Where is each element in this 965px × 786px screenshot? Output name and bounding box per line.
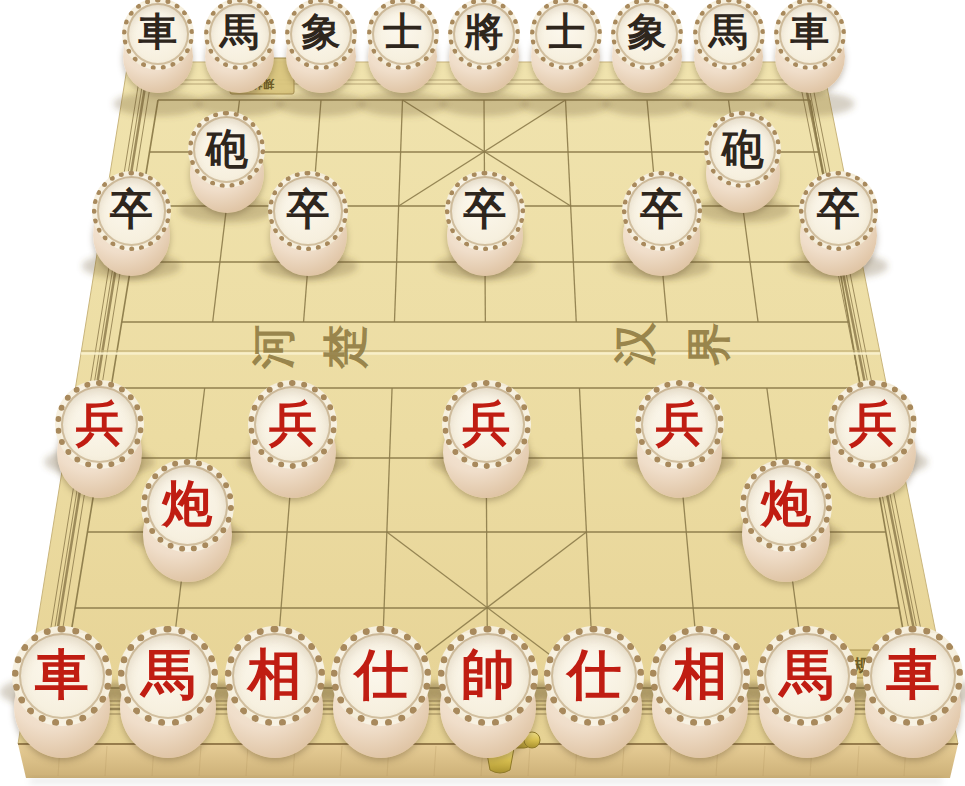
piece-black-soldier[interactable]: 卒 bbox=[445, 171, 525, 279]
piece-character: 車 bbox=[886, 639, 940, 712]
piece-character: 馬 bbox=[141, 639, 195, 712]
piece-red-soldier[interactable]: 兵 bbox=[55, 380, 144, 501]
piece-face: 相 bbox=[650, 626, 750, 726]
piece-face: 帥 bbox=[438, 626, 538, 726]
piece-face: 車 bbox=[12, 626, 112, 726]
piece-face: 象 bbox=[285, 0, 357, 70]
piece-face: 士 bbox=[530, 0, 602, 70]
piece-character: 兵 bbox=[76, 392, 124, 456]
piece-character: 士 bbox=[383, 7, 422, 59]
piece-character: 炮 bbox=[162, 471, 212, 538]
piece-character: 車 bbox=[139, 7, 178, 59]
piece-black-elephant[interactable]: 象 bbox=[611, 0, 683, 96]
piece-black-elephant[interactable]: 象 bbox=[285, 0, 357, 96]
piece-character: 卒 bbox=[110, 181, 153, 239]
piece-red-cannon[interactable]: 炮 bbox=[141, 459, 234, 585]
piece-character: 卒 bbox=[817, 181, 860, 239]
piece-character: 兵 bbox=[849, 392, 897, 456]
piece-red-cannon[interactable]: 炮 bbox=[740, 459, 833, 585]
river-label-right: 汉 bbox=[611, 321, 660, 367]
product-photo-scene: 河楚汉界规格40规格 車馬象士將士象馬車砲砲卒卒卒卒卒兵兵兵兵兵炮炮車馬相仕帥仕… bbox=[0, 0, 965, 786]
piece-character: 相 bbox=[248, 639, 302, 712]
piece-character: 仕 bbox=[354, 639, 408, 712]
piece-red-advisor[interactable]: 仕 bbox=[331, 626, 431, 762]
piece-face: 砲 bbox=[704, 111, 781, 188]
piece-red-soldier[interactable]: 兵 bbox=[635, 380, 724, 501]
piece-black-soldier[interactable]: 卒 bbox=[268, 171, 348, 279]
piece-red-chariot[interactable]: 車 bbox=[863, 626, 963, 762]
piece-character: 士 bbox=[546, 7, 585, 59]
piece-face: 卒 bbox=[268, 171, 348, 251]
piece-face: 車 bbox=[774, 0, 846, 70]
piece-character: 砲 bbox=[206, 121, 248, 177]
river-label-left: 楚 bbox=[321, 324, 370, 370]
piece-red-elephant[interactable]: 相 bbox=[650, 626, 750, 762]
piece-face: 砲 bbox=[188, 111, 265, 188]
piece-face: 卒 bbox=[445, 171, 525, 251]
piece-black-cannon[interactable]: 砲 bbox=[704, 111, 781, 216]
piece-red-elephant[interactable]: 相 bbox=[225, 626, 325, 762]
piece-red-general[interactable]: 帥 bbox=[438, 626, 538, 762]
piece-red-chariot[interactable]: 車 bbox=[12, 626, 112, 762]
piece-black-chariot[interactable]: 車 bbox=[122, 0, 194, 96]
piece-character: 卒 bbox=[463, 181, 506, 239]
piece-black-soldier[interactable]: 卒 bbox=[799, 171, 879, 279]
river-label-right: 界 bbox=[685, 322, 734, 367]
piece-face: 卒 bbox=[622, 171, 702, 251]
piece-character: 卒 bbox=[640, 181, 683, 239]
piece-red-horse[interactable]: 馬 bbox=[118, 626, 218, 762]
piece-face: 將 bbox=[448, 0, 520, 70]
piece-black-advisor[interactable]: 士 bbox=[367, 0, 439, 96]
piece-character: 兵 bbox=[655, 392, 703, 456]
piece-black-soldier[interactable]: 卒 bbox=[622, 171, 702, 279]
piece-face: 炮 bbox=[740, 459, 833, 552]
piece-face: 象 bbox=[611, 0, 683, 70]
piece-black-advisor[interactable]: 士 bbox=[530, 0, 602, 96]
piece-face: 炮 bbox=[141, 459, 234, 552]
piece-character: 炮 bbox=[761, 471, 811, 538]
piece-face: 兵 bbox=[442, 380, 531, 469]
piece-black-chariot[interactable]: 車 bbox=[774, 0, 846, 96]
piece-face: 卒 bbox=[799, 171, 879, 251]
piece-character: 象 bbox=[302, 7, 341, 59]
piece-red-horse[interactable]: 馬 bbox=[757, 626, 857, 762]
piece-face: 車 bbox=[863, 626, 963, 726]
piece-face: 仕 bbox=[544, 626, 644, 726]
piece-character: 卒 bbox=[287, 181, 330, 239]
piece-red-soldier[interactable]: 兵 bbox=[248, 380, 337, 501]
piece-black-cannon[interactable]: 砲 bbox=[188, 111, 265, 216]
piece-black-horse[interactable]: 馬 bbox=[693, 0, 765, 96]
piece-character: 相 bbox=[673, 639, 727, 712]
piece-character: 馬 bbox=[709, 7, 748, 59]
piece-character: 砲 bbox=[722, 121, 764, 177]
piece-character: 將 bbox=[465, 7, 504, 59]
piece-face: 仕 bbox=[331, 626, 431, 726]
piece-red-soldier[interactable]: 兵 bbox=[828, 380, 917, 501]
piece-face: 馬 bbox=[118, 626, 218, 726]
piece-face: 兵 bbox=[635, 380, 724, 469]
piece-face: 士 bbox=[367, 0, 439, 70]
piece-character: 象 bbox=[628, 7, 667, 59]
piece-character: 帥 bbox=[461, 639, 515, 712]
piece-character: 車 bbox=[35, 639, 89, 712]
piece-face: 車 bbox=[122, 0, 194, 70]
piece-black-general[interactable]: 將 bbox=[448, 0, 520, 96]
piece-face: 馬 bbox=[204, 0, 276, 70]
river-label-left: 河 bbox=[249, 325, 298, 370]
piece-black-horse[interactable]: 馬 bbox=[204, 0, 276, 96]
piece-red-soldier[interactable]: 兵 bbox=[442, 380, 531, 501]
piece-face: 卒 bbox=[92, 171, 172, 251]
piece-face: 馬 bbox=[693, 0, 765, 70]
piece-face: 相 bbox=[225, 626, 325, 726]
piece-character: 馬 bbox=[220, 7, 259, 59]
piece-character: 仕 bbox=[567, 639, 621, 712]
piece-character: 車 bbox=[791, 7, 830, 59]
piece-face: 馬 bbox=[757, 626, 857, 726]
piece-red-advisor[interactable]: 仕 bbox=[544, 626, 644, 762]
piece-character: 兵 bbox=[269, 392, 317, 456]
piece-black-soldier[interactable]: 卒 bbox=[92, 171, 172, 279]
piece-character: 兵 bbox=[462, 392, 510, 456]
piece-character: 馬 bbox=[780, 639, 834, 712]
piece-face: 兵 bbox=[55, 380, 144, 469]
